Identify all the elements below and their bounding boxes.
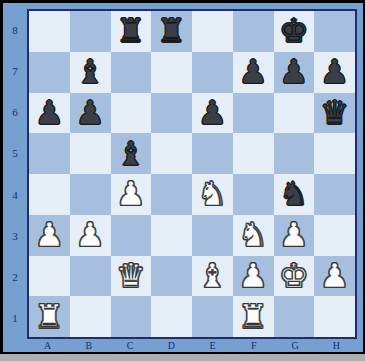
board-border: ♜♜♚♝♟♟♟♟♟♟♛♝♟♞♞♟♟♞♟♛♝♟♚♟♜♜ — [27, 9, 357, 339]
square-e4[interactable]: ♞ — [192, 174, 233, 215]
rank-label-8: 8 — [3, 9, 27, 50]
square-f6[interactable] — [233, 93, 274, 134]
square-d2[interactable] — [151, 256, 192, 297]
square-a5[interactable] — [29, 133, 70, 174]
piece-black-pawn: ♟ — [320, 52, 350, 92]
square-a6[interactable]: ♟ — [29, 93, 70, 134]
square-c6[interactable] — [111, 93, 152, 134]
square-c1[interactable] — [111, 296, 152, 337]
square-e6[interactable]: ♟ — [192, 93, 233, 134]
square-a8[interactable] — [29, 11, 70, 52]
square-g6[interactable] — [274, 93, 315, 134]
file-label-e: E — [192, 339, 233, 352]
piece-white-pawn: ♟ — [116, 174, 146, 214]
piece-white-knight: ♞ — [238, 215, 268, 255]
piece-black-pawn: ♟ — [198, 93, 228, 133]
square-h3[interactable] — [314, 215, 355, 256]
square-h1[interactable] — [314, 296, 355, 337]
chess-board: ♜♜♚♝♟♟♟♟♟♟♛♝♟♞♞♟♟♞♟♛♝♟♚♟♜♜ — [29, 11, 355, 337]
square-c4[interactable]: ♟ — [111, 174, 152, 215]
square-f2[interactable]: ♟ — [233, 256, 274, 297]
square-c5[interactable]: ♝ — [111, 133, 152, 174]
rank-label-6: 6 — [3, 92, 27, 133]
piece-black-queen: ♛ — [320, 93, 350, 133]
rank-label-4: 4 — [3, 174, 27, 215]
square-b1[interactable] — [70, 296, 111, 337]
piece-white-bishop: ♝ — [198, 256, 228, 296]
file-label-h: H — [316, 339, 357, 352]
file-label-f: F — [233, 339, 274, 352]
square-c3[interactable] — [111, 215, 152, 256]
square-d5[interactable] — [151, 133, 192, 174]
piece-black-pawn: ♟ — [75, 93, 105, 133]
square-h6[interactable]: ♛ — [314, 93, 355, 134]
square-b2[interactable] — [70, 256, 111, 297]
square-d6[interactable] — [151, 93, 192, 134]
square-g1[interactable] — [274, 296, 315, 337]
square-d7[interactable] — [151, 52, 192, 93]
piece-white-pawn: ♟ — [75, 215, 105, 255]
square-e8[interactable] — [192, 11, 233, 52]
piece-black-pawn: ♟ — [279, 52, 309, 92]
square-c2[interactable]: ♛ — [111, 256, 152, 297]
square-g4[interactable]: ♞ — [274, 174, 315, 215]
rank-label-3: 3 — [3, 215, 27, 256]
square-a7[interactable] — [29, 52, 70, 93]
board-frame: 87654321 ♜♜♚♝♟♟♟♟♟♟♛♝♟♞♞♟♟♞♟♛♝♟♚♟♜♜ ABCD… — [3, 3, 363, 352]
square-f7[interactable]: ♟ — [233, 52, 274, 93]
square-a2[interactable] — [29, 256, 70, 297]
rank-label-5: 5 — [3, 133, 27, 174]
square-h4[interactable] — [314, 174, 355, 215]
piece-black-knight: ♞ — [279, 174, 309, 214]
square-e7[interactable] — [192, 52, 233, 93]
square-a3[interactable]: ♟ — [29, 215, 70, 256]
square-e3[interactable] — [192, 215, 233, 256]
square-f1[interactable]: ♜ — [233, 296, 274, 337]
piece-black-rook: ♜ — [157, 11, 187, 51]
file-label-b: B — [68, 339, 109, 352]
file-label-d: D — [151, 339, 192, 352]
square-f3[interactable]: ♞ — [233, 215, 274, 256]
square-f4[interactable] — [233, 174, 274, 215]
piece-white-rook: ♜ — [238, 297, 268, 337]
square-g8[interactable]: ♚ — [274, 11, 315, 52]
piece-white-pawn: ♟ — [238, 256, 268, 296]
square-e1[interactable] — [192, 296, 233, 337]
square-b6[interactable]: ♟ — [70, 93, 111, 134]
piece-black-rook: ♜ — [116, 11, 146, 51]
square-a1[interactable]: ♜ — [29, 296, 70, 337]
rank-label-7: 7 — [3, 50, 27, 91]
square-b5[interactable] — [70, 133, 111, 174]
chess-diagram: 87654321 ♜♜♚♝♟♟♟♟♟♟♛♝♟♞♞♟♟♞♟♛♝♟♚♟♜♜ ABCD… — [0, 0, 365, 354]
square-e2[interactable]: ♝ — [192, 256, 233, 297]
square-g3[interactable]: ♟ — [274, 215, 315, 256]
square-b7[interactable]: ♝ — [70, 52, 111, 93]
piece-white-knight: ♞ — [198, 174, 228, 214]
square-d4[interactable] — [151, 174, 192, 215]
square-f8[interactable] — [233, 11, 274, 52]
file-label-g: G — [275, 339, 316, 352]
square-h8[interactable] — [314, 11, 355, 52]
piece-black-bishop: ♝ — [116, 134, 146, 174]
rank-label-1: 1 — [3, 298, 27, 339]
square-h7[interactable]: ♟ — [314, 52, 355, 93]
rank-label-2: 2 — [3, 257, 27, 298]
square-b4[interactable] — [70, 174, 111, 215]
piece-white-rook: ♜ — [35, 297, 65, 337]
piece-black-pawn: ♟ — [35, 93, 65, 133]
square-d8[interactable]: ♜ — [151, 11, 192, 52]
piece-black-pawn: ♟ — [238, 52, 268, 92]
square-d3[interactable] — [151, 215, 192, 256]
file-label-a: A — [27, 339, 68, 352]
square-d1[interactable] — [151, 296, 192, 337]
piece-white-queen: ♛ — [116, 256, 146, 296]
square-g5[interactable] — [274, 133, 315, 174]
piece-black-king: ♚ — [279, 11, 309, 51]
square-c7[interactable] — [111, 52, 152, 93]
piece-white-pawn: ♟ — [279, 215, 309, 255]
piece-white-pawn: ♟ — [320, 256, 350, 296]
piece-black-bishop: ♝ — [75, 52, 105, 92]
square-b3[interactable]: ♟ — [70, 215, 111, 256]
square-g7[interactable]: ♟ — [274, 52, 315, 93]
square-e5[interactable] — [192, 133, 233, 174]
square-g2[interactable]: ♚ — [274, 256, 315, 297]
file-label-c: C — [110, 339, 151, 352]
piece-white-pawn: ♟ — [35, 215, 65, 255]
file-labels: ABCDEFGH — [27, 339, 357, 352]
rank-labels: 87654321 — [3, 9, 27, 339]
square-h2[interactable]: ♟ — [314, 256, 355, 297]
square-b8[interactable] — [70, 11, 111, 52]
square-a4[interactable] — [29, 174, 70, 215]
square-f5[interactable] — [233, 133, 274, 174]
square-h5[interactable] — [314, 133, 355, 174]
square-c8[interactable]: ♜ — [111, 11, 152, 52]
piece-white-king: ♚ — [279, 256, 309, 296]
